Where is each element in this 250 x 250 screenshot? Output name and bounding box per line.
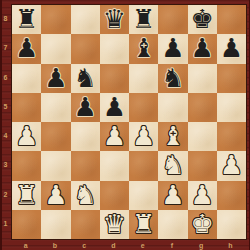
piece-white-pawn[interactable]: ♟ xyxy=(100,122,129,151)
square-d3[interactable] xyxy=(100,151,129,180)
file-label-e: e xyxy=(128,240,157,250)
chess-board: ♜♛♜♚♟♝♟♟♟♟♞♞♟♟♟♟♟♝♞♟♜♟♞♟♟♛♜♚ xyxy=(11,4,247,240)
square-f1[interactable] xyxy=(158,210,187,239)
square-a1[interactable] xyxy=(12,210,41,239)
piece-white-pawn[interactable]: ♟ xyxy=(188,181,217,210)
square-c2[interactable]: ♞ xyxy=(71,181,100,210)
square-c3[interactable] xyxy=(71,151,100,180)
rank-label-2: 2 xyxy=(0,180,11,209)
rank-label-5: 5 xyxy=(0,92,11,121)
file-label-c: c xyxy=(70,240,99,250)
square-e6[interactable] xyxy=(129,64,158,93)
square-g1[interactable]: ♚ xyxy=(188,210,217,239)
square-f2[interactable]: ♟ xyxy=(158,181,187,210)
square-c4[interactable] xyxy=(71,122,100,151)
square-b8[interactable] xyxy=(41,5,70,34)
square-d1[interactable]: ♛ xyxy=(100,210,129,239)
square-d7[interactable] xyxy=(100,34,129,63)
square-g8[interactable]: ♚ xyxy=(188,5,217,34)
piece-black-pawn[interactable]: ♟ xyxy=(41,64,70,93)
square-c1[interactable] xyxy=(71,210,100,239)
square-h1[interactable] xyxy=(217,210,246,239)
rank-label-6: 6 xyxy=(0,63,11,92)
square-a4[interactable]: ♟ xyxy=(12,122,41,151)
square-a2[interactable]: ♜ xyxy=(12,181,41,210)
chess-app-window: ♜♛♜♚♟♝♟♟♟♟♞♞♟♟♟♟♟♝♞♟♜♟♞♟♟♛♜♚ 87654321 ab… xyxy=(0,0,250,250)
square-b6[interactable]: ♟ xyxy=(41,64,70,93)
square-h5[interactable] xyxy=(217,93,246,122)
square-c7[interactable] xyxy=(71,34,100,63)
square-e3[interactable] xyxy=(129,151,158,180)
square-f5[interactable] xyxy=(158,93,187,122)
square-e2[interactable] xyxy=(129,181,158,210)
piece-white-pawn[interactable]: ♟ xyxy=(158,181,187,210)
square-h3[interactable]: ♟ xyxy=(217,151,246,180)
square-e8[interactable]: ♜ xyxy=(129,5,158,34)
piece-white-queen[interactable]: ♛ xyxy=(100,210,129,239)
square-c5[interactable]: ♟ xyxy=(71,93,100,122)
square-b3[interactable] xyxy=(41,151,70,180)
square-b2[interactable]: ♟ xyxy=(41,181,70,210)
square-f8[interactable] xyxy=(158,5,187,34)
square-d2[interactable] xyxy=(100,181,129,210)
square-d5[interactable]: ♟ xyxy=(100,93,129,122)
rank-label-8: 8 xyxy=(0,4,11,33)
piece-black-rook[interactable]: ♜ xyxy=(12,5,41,34)
piece-black-knight[interactable]: ♞ xyxy=(158,64,187,93)
square-g4[interactable] xyxy=(188,122,217,151)
piece-white-knight[interactable]: ♞ xyxy=(158,151,187,180)
file-label-a: a xyxy=(11,240,40,250)
square-g5[interactable] xyxy=(188,93,217,122)
square-g7[interactable]: ♟ xyxy=(188,34,217,63)
piece-black-pawn[interactable]: ♟ xyxy=(71,93,100,122)
square-c8[interactable] xyxy=(71,5,100,34)
piece-black-pawn[interactable]: ♟ xyxy=(188,34,217,63)
square-g2[interactable]: ♟ xyxy=(188,181,217,210)
square-f6[interactable]: ♞ xyxy=(158,64,187,93)
square-a5[interactable] xyxy=(12,93,41,122)
square-e7[interactable]: ♝ xyxy=(129,34,158,63)
piece-white-king[interactable]: ♚ xyxy=(188,210,217,239)
square-d6[interactable] xyxy=(100,64,129,93)
square-b5[interactable] xyxy=(41,93,70,122)
square-b1[interactable] xyxy=(41,210,70,239)
square-e1[interactable]: ♜ xyxy=(129,210,158,239)
file-label-h: h xyxy=(216,240,245,250)
rank-label-3: 3 xyxy=(0,150,11,179)
piece-black-pawn[interactable]: ♟ xyxy=(217,34,246,63)
square-h6[interactable] xyxy=(217,64,246,93)
piece-white-pawn[interactable]: ♟ xyxy=(129,122,158,151)
square-f4[interactable]: ♝ xyxy=(158,122,187,151)
square-g3[interactable] xyxy=(188,151,217,180)
piece-white-bishop[interactable]: ♝ xyxy=(158,122,187,151)
piece-black-queen[interactable]: ♛ xyxy=(100,5,129,34)
rank-label-7: 7 xyxy=(0,33,11,62)
square-g6[interactable] xyxy=(188,64,217,93)
square-h4[interactable] xyxy=(217,122,246,151)
piece-white-pawn[interactable]: ♟ xyxy=(12,122,41,151)
piece-black-pawn[interactable]: ♟ xyxy=(12,34,41,63)
piece-black-knight[interactable]: ♞ xyxy=(71,64,100,93)
square-c6[interactable]: ♞ xyxy=(71,64,100,93)
piece-white-pawn[interactable]: ♟ xyxy=(41,181,70,210)
square-d8[interactable]: ♛ xyxy=(100,5,129,34)
piece-black-pawn[interactable]: ♟ xyxy=(158,34,187,63)
square-e4[interactable]: ♟ xyxy=(129,122,158,151)
rank-label-4: 4 xyxy=(0,121,11,150)
square-f3[interactable]: ♞ xyxy=(158,151,187,180)
square-a3[interactable] xyxy=(12,151,41,180)
file-label-d: d xyxy=(99,240,128,250)
file-label-b: b xyxy=(40,240,69,250)
square-e5[interactable] xyxy=(129,93,158,122)
square-d4[interactable]: ♟ xyxy=(100,122,129,151)
square-h8[interactable] xyxy=(217,5,246,34)
piece-black-bishop[interactable]: ♝ xyxy=(129,34,158,63)
square-f7[interactable]: ♟ xyxy=(158,34,187,63)
square-b7[interactable] xyxy=(41,34,70,63)
piece-white-rook[interactable]: ♜ xyxy=(129,210,158,239)
piece-white-rook[interactable]: ♜ xyxy=(12,181,41,210)
file-label-g: g xyxy=(187,240,216,250)
square-a6[interactable] xyxy=(12,64,41,93)
piece-black-pawn[interactable]: ♟ xyxy=(100,93,129,122)
piece-white-pawn[interactable]: ♟ xyxy=(217,151,246,180)
square-a8[interactable]: ♜ xyxy=(12,5,41,34)
square-h7[interactable]: ♟ xyxy=(217,34,246,63)
square-b4[interactable] xyxy=(41,122,70,151)
file-label-f: f xyxy=(157,240,186,250)
square-h2[interactable] xyxy=(217,181,246,210)
piece-black-king[interactable]: ♚ xyxy=(188,5,217,34)
piece-white-knight[interactable]: ♞ xyxy=(71,181,100,210)
rank-label-1: 1 xyxy=(0,209,11,238)
square-a7[interactable]: ♟ xyxy=(12,34,41,63)
piece-black-rook[interactable]: ♜ xyxy=(129,5,158,34)
